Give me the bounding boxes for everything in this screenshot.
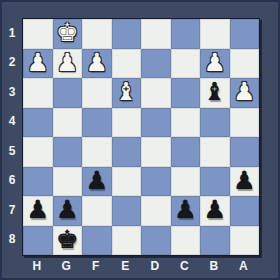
square-g1[interactable]: ♚: [53, 19, 83, 49]
rank-label-7: 7: [2, 195, 22, 225]
square-e8[interactable]: [112, 226, 142, 256]
file-label-c: C: [170, 255, 200, 276]
square-f3[interactable]: [82, 78, 112, 108]
square-g8[interactable]: ♚: [53, 226, 83, 256]
rank-label-3: 3: [2, 77, 22, 107]
square-a4[interactable]: [230, 108, 260, 138]
square-e4[interactable]: [112, 108, 142, 138]
square-d5[interactable]: [141, 137, 171, 167]
black-pawn-a6[interactable]: ♟: [233, 168, 255, 193]
square-d7[interactable]: [141, 196, 171, 226]
square-h6[interactable]: [23, 167, 53, 197]
file-labels: HGFEDCBA: [22, 255, 258, 276]
square-d3[interactable]: [141, 78, 171, 108]
black-pawn-b7[interactable]: ♟: [204, 197, 226, 222]
square-a7[interactable]: [230, 196, 260, 226]
square-f6[interactable]: ♟: [82, 167, 112, 197]
square-b2[interactable]: ♟: [200, 49, 230, 79]
file-label-g: G: [52, 255, 82, 276]
rank-label-1: 1: [2, 18, 22, 48]
square-e2[interactable]: [112, 49, 142, 79]
white-pawn-b2[interactable]: ♟: [204, 50, 226, 75]
square-d6[interactable]: [141, 167, 171, 197]
square-g5[interactable]: [53, 137, 83, 167]
square-d1[interactable]: [141, 19, 171, 49]
square-b8[interactable]: [200, 226, 230, 256]
black-pawn-g7[interactable]: ♟: [56, 197, 78, 222]
square-g2[interactable]: ♟: [53, 49, 83, 79]
chess-board: ♚♟♟♟♟♝♝♟♟♟♟♟♟♟♚: [22, 18, 260, 256]
black-pawn-h7[interactable]: ♟: [27, 197, 49, 222]
square-a6[interactable]: ♟: [230, 167, 260, 197]
square-e7[interactable]: [112, 196, 142, 226]
square-h3[interactable]: [23, 78, 53, 108]
square-c5[interactable]: [171, 137, 201, 167]
square-c8[interactable]: [171, 226, 201, 256]
square-a2[interactable]: [230, 49, 260, 79]
file-label-a: A: [229, 255, 259, 276]
square-h4[interactable]: [23, 108, 53, 138]
square-f7[interactable]: [82, 196, 112, 226]
rank-label-6: 6: [2, 166, 22, 196]
file-label-f: F: [81, 255, 111, 276]
rank-label-2: 2: [2, 48, 22, 78]
rank-label-5: 5: [2, 136, 22, 166]
square-a5[interactable]: [230, 137, 260, 167]
square-f5[interactable]: [82, 137, 112, 167]
square-b3[interactable]: ♝: [200, 78, 230, 108]
square-h1[interactable]: [23, 19, 53, 49]
white-pawn-g2[interactable]: ♟: [56, 50, 78, 75]
black-bishop-b3[interactable]: ♝: [204, 79, 226, 104]
square-e6[interactable]: [112, 167, 142, 197]
rank-labels: 12345678: [2, 18, 22, 254]
square-b4[interactable]: [200, 108, 230, 138]
square-g6[interactable]: [53, 167, 83, 197]
board-frame: 12345678 ♚♟♟♟♟♝♝♟♟♟♟♟♟♟♚ HGFEDCBA: [0, 0, 280, 280]
square-f2[interactable]: ♟: [82, 49, 112, 79]
square-c3[interactable]: [171, 78, 201, 108]
square-c2[interactable]: [171, 49, 201, 79]
square-h2[interactable]: ♟: [23, 49, 53, 79]
square-f1[interactable]: [82, 19, 112, 49]
square-d2[interactable]: [141, 49, 171, 79]
square-h8[interactable]: [23, 226, 53, 256]
square-g7[interactable]: ♟: [53, 196, 83, 226]
square-c4[interactable]: [171, 108, 201, 138]
square-b7[interactable]: ♟: [200, 196, 230, 226]
square-e3[interactable]: ♝: [112, 78, 142, 108]
square-a8[interactable]: [230, 226, 260, 256]
white-pawn-a3[interactable]: ♟: [233, 79, 255, 104]
square-f4[interactable]: [82, 108, 112, 138]
white-king-g1[interactable]: ♚: [56, 20, 78, 45]
black-pawn-c7[interactable]: ♟: [174, 197, 196, 222]
square-d4[interactable]: [141, 108, 171, 138]
square-a1[interactable]: [230, 19, 260, 49]
file-label-e: E: [111, 255, 141, 276]
square-b5[interactable]: [200, 137, 230, 167]
square-b6[interactable]: [200, 167, 230, 197]
white-pawn-h2[interactable]: ♟: [27, 50, 49, 75]
square-d8[interactable]: [141, 226, 171, 256]
square-h5[interactable]: [23, 137, 53, 167]
square-g3[interactable]: [53, 78, 83, 108]
white-bishop-e3[interactable]: ♝: [115, 79, 137, 104]
square-c7[interactable]: ♟: [171, 196, 201, 226]
white-pawn-f2[interactable]: ♟: [86, 50, 108, 75]
square-f8[interactable]: [82, 226, 112, 256]
square-c1[interactable]: [171, 19, 201, 49]
square-a3[interactable]: ♟: [230, 78, 260, 108]
square-c6[interactable]: [171, 167, 201, 197]
file-label-b: B: [199, 255, 229, 276]
black-king-g8[interactable]: ♚: [56, 227, 78, 252]
rank-label-4: 4: [2, 107, 22, 137]
black-pawn-f6[interactable]: ♟: [86, 168, 108, 193]
square-g4[interactable]: [53, 108, 83, 138]
square-b1[interactable]: [200, 19, 230, 49]
rank-label-8: 8: [2, 225, 22, 255]
file-label-d: D: [140, 255, 170, 276]
file-label-h: H: [22, 255, 52, 276]
square-e5[interactable]: [112, 137, 142, 167]
square-e1[interactable]: [112, 19, 142, 49]
square-h7[interactable]: ♟: [23, 196, 53, 226]
